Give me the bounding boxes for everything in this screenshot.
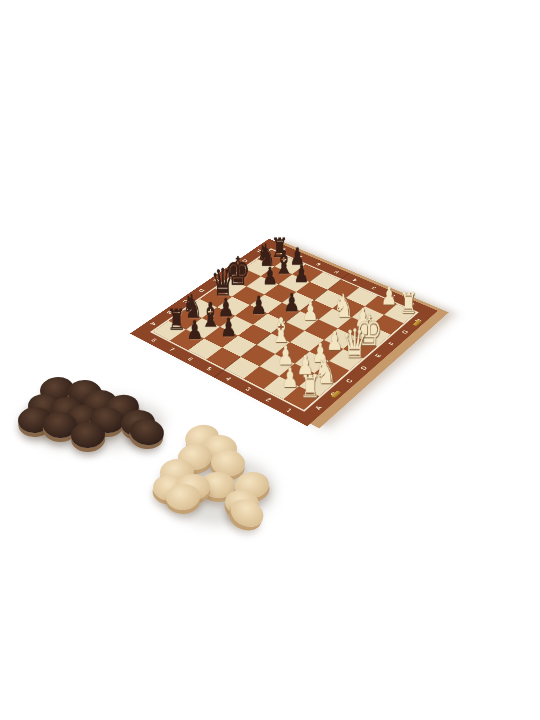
white-queen-d1[interactable]: ♛: [341, 324, 368, 364]
dark-checker-disc-13[interactable]: [70, 421, 105, 449]
light-checker-disc-10[interactable]: [165, 483, 201, 511]
coordinate-label: 8: [150, 337, 158, 342]
black-rook-a8[interactable]: ♜: [167, 305, 187, 334]
product-photo-stage: ABCDEFGH ABCDEFGH 87654321 87654321 ♜♞♛♚…: [0, 0, 540, 720]
playing-area: ♜♞♛♚♞♜♟♝♟♟♝♟♟♟♟♟♝♟♟♞♟♟♟♟♟♟♜♞♛♚♜: [150, 248, 419, 411]
black-pawn-a7[interactable]: ♟: [186, 318, 203, 344]
coordinate-label: 3: [244, 386, 252, 392]
white-rook-a1[interactable]: ♜: [300, 371, 321, 402]
coordinate-label: D: [359, 365, 369, 371]
coordinate-label: A: [313, 405, 323, 411]
coordinate-label: A: [149, 321, 158, 326]
black-pawn-b6[interactable]: ♟: [220, 315, 237, 341]
coordinate-label: 6: [186, 356, 194, 361]
brass-latch-icon: [413, 320, 422, 326]
white-pawn-e4[interactable]: ♟: [302, 299, 319, 324]
coordinate-label: C: [344, 378, 354, 384]
coordinate-label: 1: [285, 407, 294, 413]
square-d6[interactable]: ♟: [235, 305, 268, 324]
coordinate-label: G: [400, 329, 409, 334]
coordinate-label: 4: [351, 278, 358, 283]
white-rook-h1[interactable]: ♜: [399, 289, 418, 318]
coordinate-label: 6: [315, 262, 322, 266]
brass-latch-icon: [331, 390, 341, 398]
coordinate-label: 5: [333, 270, 340, 274]
white-pawn-a2[interactable]: ♟: [281, 365, 299, 392]
coordinate-label: 7: [168, 347, 176, 352]
coordinate-label: E: [373, 353, 382, 358]
black-pawn-d6[interactable]: ♟: [251, 293, 267, 318]
black-pawn-f7[interactable]: ♟: [262, 264, 278, 288]
coordinate-label: 2: [264, 397, 272, 403]
white-pawn-h2[interactable]: ♟: [381, 284, 398, 309]
coordinate-label: F: [387, 341, 396, 346]
coordinate-label: 3: [370, 286, 377, 291]
black-pawn-g6[interactable]: ♟: [294, 262, 310, 286]
white-knight-f3[interactable]: ♞: [333, 290, 354, 322]
coordinate-label: 5: [205, 366, 213, 372]
chess-board: ABCDEFGH ABCDEFGH 87654321 87654321 ♜♞♛♚…: [130, 239, 438, 427]
coordinate-label: 4: [224, 376, 232, 382]
